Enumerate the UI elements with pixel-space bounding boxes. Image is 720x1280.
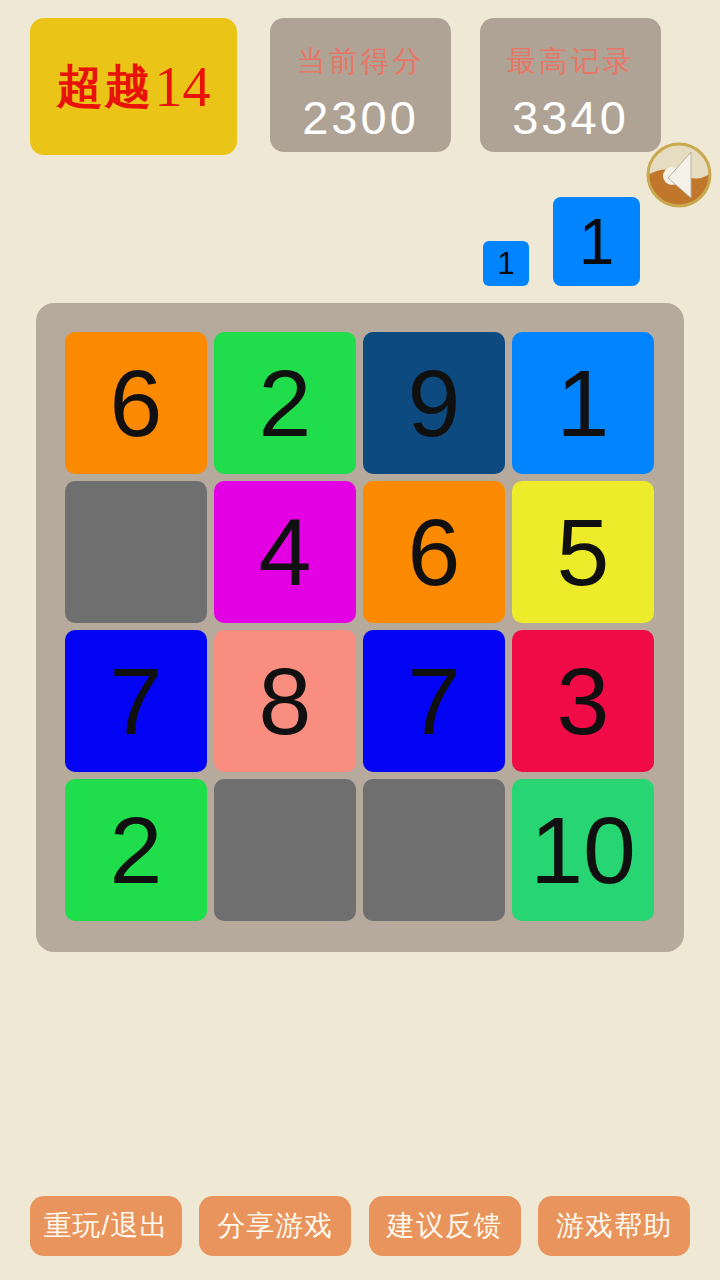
game-title-number: 14 xyxy=(155,55,211,119)
current-score-label: 当前得分 xyxy=(270,42,451,82)
next-tile-preview-large: 1 xyxy=(553,197,640,286)
tile-9: 9 xyxy=(363,332,505,474)
current-score-box: 当前得分 2300 xyxy=(270,18,451,152)
tile-6: 6 xyxy=(363,481,505,623)
tile-6: 6 xyxy=(65,332,207,474)
replay-exit-button[interactable]: 重玩/退出 xyxy=(30,1196,182,1256)
share-game-button[interactable]: 分享游戏 xyxy=(199,1196,351,1256)
tile-1: 1 xyxy=(512,332,654,474)
tile-2: 2 xyxy=(214,332,356,474)
next-tile-preview-small: 1 xyxy=(483,241,529,286)
tile-8: 8 xyxy=(214,630,356,772)
best-score-box: 最高记录 3340 xyxy=(480,18,661,152)
tile-3: 3 xyxy=(512,630,654,772)
current-score-value: 2300 xyxy=(270,90,451,145)
game-title-badge: 超越14 xyxy=(30,18,237,155)
footer-button-bar: 重玩/退出 分享游戏 建议反馈 游戏帮助 xyxy=(30,1196,690,1256)
tile-5: 5 xyxy=(512,481,654,623)
feedback-button[interactable]: 建议反馈 xyxy=(369,1196,521,1256)
best-score-label: 最高记录 xyxy=(480,42,661,82)
speaker-icon xyxy=(646,142,712,208)
game-title-text: 超越 xyxy=(57,56,153,118)
empty-cell xyxy=(65,481,207,623)
tile-4: 4 xyxy=(214,481,356,623)
tile-7: 7 xyxy=(65,630,207,772)
game-help-button[interactable]: 游戏帮助 xyxy=(538,1196,690,1256)
sound-toggle-button[interactable] xyxy=(646,142,712,208)
tile-7: 7 xyxy=(363,630,505,772)
tile-10: 10 xyxy=(512,779,654,921)
best-score-value: 3340 xyxy=(480,90,661,145)
board-grid[interactable]: 62914657873210 xyxy=(36,303,684,952)
tile-2: 2 xyxy=(65,779,207,921)
empty-cell xyxy=(363,779,505,921)
empty-cell xyxy=(214,779,356,921)
